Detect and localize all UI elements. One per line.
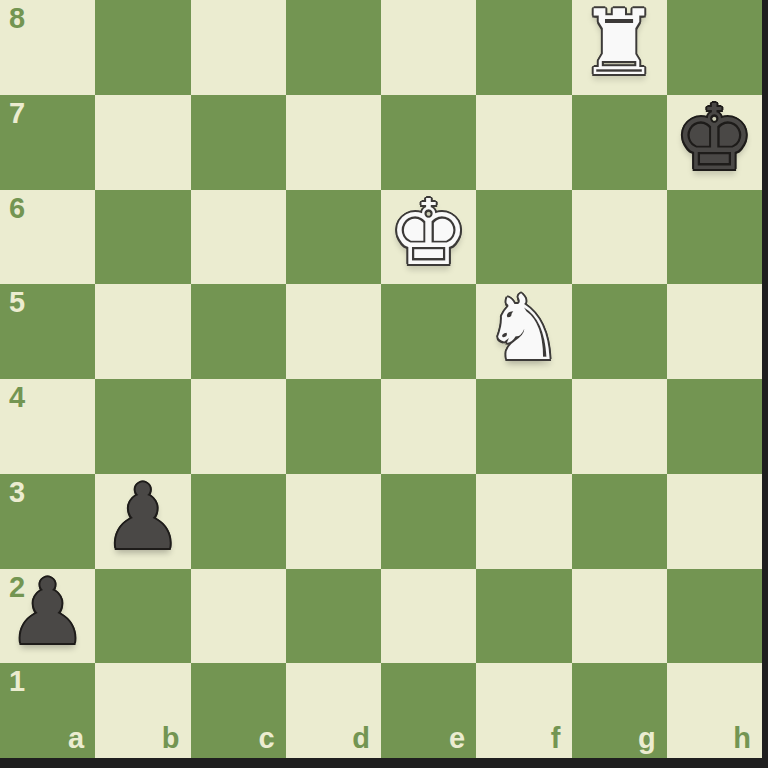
square-b6[interactable]: [95, 190, 190, 285]
chess-app-stage: 8♜7♚6♚5♞43♟2♟1abcdefgh: [0, 0, 768, 768]
square-e5[interactable]: [381, 284, 476, 379]
square-g6[interactable]: [572, 190, 667, 285]
square-g1[interactable]: g: [572, 663, 667, 758]
white-rook-piece[interactable]: ♜: [579, 0, 660, 88]
rank-label-7: 7: [9, 98, 25, 130]
square-e6[interactable]: ♚: [381, 190, 476, 285]
rank-label-1: 1: [9, 666, 25, 698]
square-h1[interactable]: h: [667, 663, 762, 758]
chess-board: 8♜7♚6♚5♞43♟2♟1abcdefgh: [0, 0, 762, 758]
rank-label-5: 5: [9, 287, 25, 319]
square-f8[interactable]: [476, 0, 571, 95]
square-d3[interactable]: [286, 474, 381, 569]
square-e3[interactable]: [381, 474, 476, 569]
square-h5[interactable]: [667, 284, 762, 379]
square-d7[interactable]: [286, 95, 381, 190]
square-e4[interactable]: [381, 379, 476, 474]
white-king-piece[interactable]: ♚: [388, 188, 469, 278]
square-c8[interactable]: [191, 0, 286, 95]
black-pawn-piece[interactable]: ♟: [103, 472, 184, 562]
square-e2[interactable]: [381, 569, 476, 664]
square-a7[interactable]: 7: [0, 95, 95, 190]
square-d2[interactable]: [286, 569, 381, 664]
file-label-d: d: [352, 723, 370, 755]
square-c1[interactable]: c: [191, 663, 286, 758]
square-f5[interactable]: ♞: [476, 284, 571, 379]
square-d4[interactable]: [286, 379, 381, 474]
file-label-h: h: [733, 723, 751, 755]
square-d5[interactable]: [286, 284, 381, 379]
black-pawn-piece[interactable]: ♟: [7, 567, 88, 657]
square-c7[interactable]: [191, 95, 286, 190]
square-d6[interactable]: [286, 190, 381, 285]
square-f7[interactable]: [476, 95, 571, 190]
square-b7[interactable]: [95, 95, 190, 190]
square-b1[interactable]: b: [95, 663, 190, 758]
rank-label-6: 6: [9, 193, 25, 225]
square-a3[interactable]: 3: [0, 474, 95, 569]
square-a5[interactable]: 5: [0, 284, 95, 379]
square-f1[interactable]: f: [476, 663, 571, 758]
square-g7[interactable]: [572, 95, 667, 190]
square-a1[interactable]: 1a: [0, 663, 95, 758]
square-c4[interactable]: [191, 379, 286, 474]
file-label-e: e: [449, 723, 465, 755]
square-f2[interactable]: [476, 569, 571, 664]
square-c5[interactable]: [191, 284, 286, 379]
square-f3[interactable]: [476, 474, 571, 569]
file-label-b: b: [162, 723, 180, 755]
square-b4[interactable]: [95, 379, 190, 474]
square-h4[interactable]: [667, 379, 762, 474]
square-g5[interactable]: [572, 284, 667, 379]
square-c6[interactable]: [191, 190, 286, 285]
square-e7[interactable]: [381, 95, 476, 190]
square-h6[interactable]: [667, 190, 762, 285]
square-b8[interactable]: [95, 0, 190, 95]
square-e1[interactable]: e: [381, 663, 476, 758]
square-a8[interactable]: 8: [0, 0, 95, 95]
file-label-c: c: [259, 723, 275, 755]
square-f4[interactable]: [476, 379, 571, 474]
file-label-f: f: [551, 723, 561, 755]
square-d1[interactable]: d: [286, 663, 381, 758]
file-label-a: a: [68, 723, 84, 755]
square-c2[interactable]: [191, 569, 286, 664]
square-b3[interactable]: ♟: [95, 474, 190, 569]
rank-label-4: 4: [9, 382, 25, 414]
square-g2[interactable]: [572, 569, 667, 664]
square-h3[interactable]: [667, 474, 762, 569]
square-d8[interactable]: [286, 0, 381, 95]
square-b5[interactable]: [95, 284, 190, 379]
file-label-g: g: [638, 723, 656, 755]
square-e8[interactable]: [381, 0, 476, 95]
square-a6[interactable]: 6: [0, 190, 95, 285]
square-h7[interactable]: ♚: [667, 95, 762, 190]
square-g4[interactable]: [572, 379, 667, 474]
square-h2[interactable]: [667, 569, 762, 664]
square-b2[interactable]: [95, 569, 190, 664]
black-king-piece[interactable]: ♚: [674, 93, 755, 183]
square-a2[interactable]: 2♟: [0, 569, 95, 664]
square-c3[interactable]: [191, 474, 286, 569]
rank-label-8: 8: [9, 3, 25, 35]
square-h8[interactable]: [667, 0, 762, 95]
rank-label-3: 3: [9, 477, 25, 509]
white-knight-piece[interactable]: ♞: [484, 283, 565, 373]
square-g3[interactable]: [572, 474, 667, 569]
square-a4[interactable]: 4: [0, 379, 95, 474]
square-g8[interactable]: ♜: [572, 0, 667, 95]
square-f6[interactable]: [476, 190, 571, 285]
